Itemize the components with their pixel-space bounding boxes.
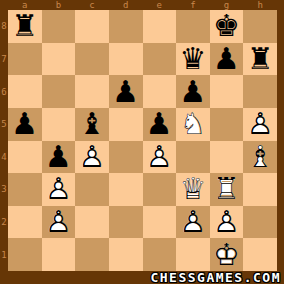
square-g4 <box>210 141 244 174</box>
black-king-g8: ♚ <box>210 10 244 43</box>
file-label-h: h <box>243 0 277 10</box>
square-e3 <box>143 173 177 206</box>
square-e4: ♟♙ <box>143 141 177 174</box>
watermark: CHESSGAMES.COM <box>150 271 281 284</box>
black-queen-f7: ♛ <box>176 43 210 76</box>
file-label-f: f <box>176 0 210 10</box>
chess-board: ♜♚♛♟♜♟♟♟♝♟♞♘♟♙♟♟♙♟♙♝♗♟♙♛♕♜♖♟♙♟♙♟♙♚♔ <box>8 10 277 271</box>
square-c2 <box>75 206 109 239</box>
square-c3 <box>75 173 109 206</box>
square-g2: ♟♙ <box>210 206 244 239</box>
square-h2 <box>243 206 277 239</box>
square-b8 <box>42 10 76 43</box>
square-c5: ♝ <box>75 108 109 141</box>
rank-label-8: 8 <box>0 10 8 43</box>
black-pawn-a5: ♟ <box>8 108 42 141</box>
rank-label-5: 5 <box>0 108 8 141</box>
white-pawn-e4: ♟♙ <box>143 141 177 174</box>
white-pawn-c4: ♟♙ <box>75 141 109 174</box>
square-h3 <box>243 173 277 206</box>
black-pawn-b4: ♟ <box>42 141 76 174</box>
square-b3: ♟♙ <box>42 173 76 206</box>
square-e8 <box>143 10 177 43</box>
square-c7 <box>75 43 109 76</box>
square-g3: ♜♖ <box>210 173 244 206</box>
square-f2: ♟♙ <box>176 206 210 239</box>
square-c1 <box>75 238 109 271</box>
white-pawn-b2: ♟♙ <box>42 206 76 239</box>
square-f8 <box>176 10 210 43</box>
black-pawn-e5: ♟ <box>143 108 177 141</box>
square-a4 <box>8 141 42 174</box>
square-h4: ♝♗ <box>243 141 277 174</box>
square-b2: ♟♙ <box>42 206 76 239</box>
chess-diagram: abcdefgh 87654321 ♜♚♛♟♜♟♟♟♝♟♞♘♟♙♟♟♙♟♙♝♗♟… <box>0 0 284 284</box>
square-h1 <box>243 238 277 271</box>
square-f7: ♛ <box>176 43 210 76</box>
square-f3: ♛♕ <box>176 173 210 206</box>
square-g7: ♟ <box>210 43 244 76</box>
white-rook-g3: ♜♖ <box>210 173 244 206</box>
white-pawn-h5: ♟♙ <box>243 108 277 141</box>
square-a6 <box>8 75 42 108</box>
square-d5 <box>109 108 143 141</box>
square-a3 <box>8 173 42 206</box>
square-f6: ♟ <box>176 75 210 108</box>
square-d8 <box>109 10 143 43</box>
square-g6 <box>210 75 244 108</box>
rank-label-2: 2 <box>0 206 8 239</box>
square-a7 <box>8 43 42 76</box>
white-knight-f5: ♞♘ <box>176 108 210 141</box>
square-h8 <box>243 10 277 43</box>
white-pawn-b3: ♟♙ <box>42 173 76 206</box>
rank-label-3: 3 <box>0 173 8 206</box>
square-c8 <box>75 10 109 43</box>
square-b6 <box>42 75 76 108</box>
square-d7 <box>109 43 143 76</box>
square-e6 <box>143 75 177 108</box>
square-a1 <box>8 238 42 271</box>
rank-labels: 87654321 <box>0 10 8 271</box>
black-pawn-g7: ♟ <box>210 43 244 76</box>
rank-label-1: 1 <box>0 238 8 271</box>
black-bishop-c5: ♝ <box>75 108 109 141</box>
square-c4: ♟♙ <box>75 141 109 174</box>
square-g5 <box>210 108 244 141</box>
file-label-e: e <box>143 0 177 10</box>
black-rook-h7: ♜ <box>243 43 277 76</box>
square-e5: ♟ <box>143 108 177 141</box>
square-f4 <box>176 141 210 174</box>
square-d2 <box>109 206 143 239</box>
square-e7 <box>143 43 177 76</box>
black-rook-a8: ♜ <box>8 10 42 43</box>
white-bishop-h4: ♝♗ <box>243 141 277 174</box>
square-h5: ♟♙ <box>243 108 277 141</box>
square-b5 <box>42 108 76 141</box>
square-d4 <box>109 141 143 174</box>
black-pawn-f6: ♟ <box>176 75 210 108</box>
square-f1 <box>176 238 210 271</box>
rank-label-7: 7 <box>0 43 8 76</box>
file-label-c: c <box>75 0 109 10</box>
square-e1 <box>143 238 177 271</box>
rank-label-4: 4 <box>0 141 8 174</box>
square-a5: ♟ <box>8 108 42 141</box>
black-pawn-d6: ♟ <box>109 75 143 108</box>
square-b1 <box>42 238 76 271</box>
rank-label-6: 6 <box>0 75 8 108</box>
square-g8: ♚ <box>210 10 244 43</box>
square-d6: ♟ <box>109 75 143 108</box>
square-d3 <box>109 173 143 206</box>
square-b4: ♟ <box>42 141 76 174</box>
white-king-g1: ♚♔ <box>210 238 244 271</box>
square-a8: ♜ <box>8 10 42 43</box>
white-pawn-f2: ♟♙ <box>176 206 210 239</box>
white-queen-f3: ♛♕ <box>176 173 210 206</box>
square-a2 <box>8 206 42 239</box>
square-b7 <box>42 43 76 76</box>
square-h6 <box>243 75 277 108</box>
file-label-d: d <box>109 0 143 10</box>
square-e2 <box>143 206 177 239</box>
file-label-b: b <box>42 0 76 10</box>
white-pawn-g2: ♟♙ <box>210 206 244 239</box>
square-g1: ♚♔ <box>210 238 244 271</box>
square-c6 <box>75 75 109 108</box>
square-d1 <box>109 238 143 271</box>
square-f5: ♞♘ <box>176 108 210 141</box>
square-h7: ♜ <box>243 43 277 76</box>
